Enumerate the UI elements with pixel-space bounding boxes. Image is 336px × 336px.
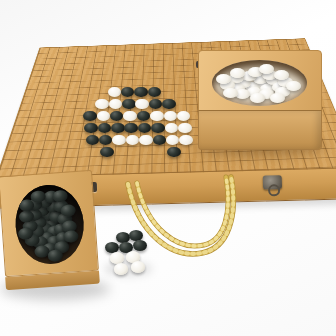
black-stone-box bbox=[0, 170, 100, 290]
white-box-front bbox=[198, 110, 322, 150]
white-bowl-stone bbox=[270, 93, 285, 103]
white-box-top bbox=[198, 50, 322, 112]
loose-black-stone bbox=[116, 232, 130, 243]
white-bowl-stone bbox=[223, 88, 238, 98]
white-bowl-stone bbox=[216, 74, 231, 84]
black-stones-bowl bbox=[13, 183, 86, 267]
white-bowl-stone bbox=[230, 68, 245, 78]
loose-black-stone bbox=[129, 230, 143, 241]
white-bowl-stone bbox=[286, 81, 301, 91]
metal-latch-icon bbox=[263, 175, 282, 189]
white-stones-bowl bbox=[212, 60, 307, 106]
loose-black-stone bbox=[119, 242, 133, 253]
black-bowl-stone bbox=[61, 204, 77, 217]
black-bowl-stone bbox=[47, 249, 63, 262]
white-stone-box bbox=[198, 50, 322, 150]
loose-stones-shadow bbox=[104, 262, 152, 276]
loose-black-stone bbox=[133, 240, 147, 251]
white-bowl-stone bbox=[250, 93, 265, 103]
loose-black-stone bbox=[105, 242, 119, 253]
white-bowl-stone bbox=[274, 70, 289, 80]
black-box-top bbox=[0, 170, 99, 277]
go-set-photo bbox=[0, 0, 336, 336]
black-bowl-stone bbox=[63, 230, 79, 243]
